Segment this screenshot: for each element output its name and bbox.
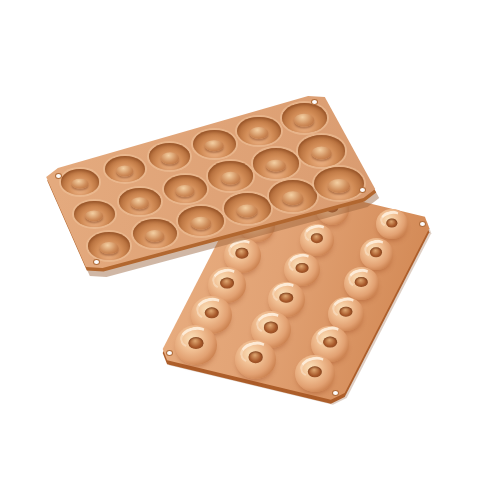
cavity-center-bump <box>205 140 224 152</box>
corner-hanging-hole <box>93 259 100 265</box>
cavity-center-bump <box>266 159 286 172</box>
ring-cavity <box>61 169 99 194</box>
cavity-center-bump <box>85 210 103 221</box>
ring-cavity <box>193 130 235 158</box>
ring-cavity <box>208 161 253 190</box>
ring-cavity <box>314 167 364 200</box>
cavity-center-bump <box>145 230 164 242</box>
corner-hanging-hole <box>359 187 366 193</box>
cavity-center-bump <box>282 192 303 205</box>
cavity-center-bump <box>311 147 332 160</box>
ring-cavity <box>178 206 224 236</box>
back-mold-cast-shadow <box>0 0 500 500</box>
cavity-center-bump <box>191 217 211 230</box>
corner-hanging-hole <box>55 173 62 179</box>
cavity-center-bump <box>161 153 179 164</box>
ring-cavity <box>119 188 161 216</box>
cavity-center-bump <box>176 185 195 197</box>
ring-cavity <box>149 143 190 170</box>
cavity-center-bump <box>250 127 269 139</box>
back-mold-edge <box>0 0 500 500</box>
cavity-center-bump <box>237 204 258 217</box>
cavity-center-bump <box>131 198 149 210</box>
cavity-center-bump <box>328 179 350 193</box>
ring-cavity <box>133 219 177 248</box>
ring-cavity <box>74 201 114 228</box>
product-photo-stage <box>0 0 500 500</box>
cavity-center-bump <box>221 172 241 184</box>
back-mold-surface <box>0 0 500 500</box>
ring-cavity <box>269 180 317 212</box>
ring-cavity <box>105 156 145 182</box>
ring-cavity <box>224 193 271 224</box>
cavity-center-bump <box>116 166 133 177</box>
cavity-center-bump <box>99 242 118 254</box>
cavity-center-bump <box>294 114 314 126</box>
ring-cavity <box>164 175 207 204</box>
back-mold-cavity-side <box>0 0 500 500</box>
ring-cavity <box>253 148 299 178</box>
cavity-center-bump <box>71 178 88 189</box>
ring-cavity <box>88 232 131 260</box>
ring-cavity <box>282 103 327 133</box>
ring-cavity <box>298 135 346 166</box>
